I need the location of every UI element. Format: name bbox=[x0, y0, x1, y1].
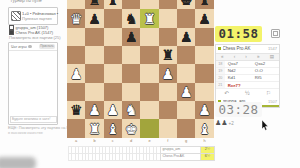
square-b7[interactable]: ♟ bbox=[85, 9, 103, 27]
result-cells bbox=[68, 153, 164, 159]
square-e6[interactable] bbox=[140, 28, 158, 46]
square-d1[interactable]: ♚ bbox=[122, 119, 140, 137]
black-rook[interactable]: ♜ bbox=[162, 48, 175, 62]
black-move[interactable]: Qxa2 bbox=[252, 61, 279, 66]
square-f7[interactable] bbox=[159, 9, 177, 27]
black-bishop[interactable]: ♝ bbox=[198, 0, 211, 7]
square-h6[interactable] bbox=[195, 28, 213, 46]
analysis-board-icon[interactable] bbox=[271, 29, 280, 38]
square-b8[interactable]: ♜ bbox=[85, 0, 103, 9]
white-pawn[interactable]: ♟ bbox=[88, 103, 101, 117]
square-f3[interactable] bbox=[159, 83, 177, 101]
square-g7[interactable] bbox=[177, 9, 195, 27]
white-move[interactable]: Rxe7? bbox=[225, 83, 252, 88]
score-total: 6½ bbox=[200, 153, 215, 161]
black-king[interactable]: ♚ bbox=[180, 0, 193, 7]
move-nav-bar[interactable]: «‹›»▤ bbox=[216, 53, 279, 61]
player-name-top[interactable]: Chess Pro AK bbox=[223, 46, 269, 51]
move-number: 21 bbox=[216, 82, 225, 88]
square-g4[interactable] bbox=[177, 64, 195, 82]
square-b1[interactable]: ♜ bbox=[85, 119, 103, 137]
square-a7[interactable]: ♛ bbox=[67, 9, 85, 27]
takeback-icon[interactable]: ↶ bbox=[224, 90, 229, 96]
white-knight[interactable]: ♞ bbox=[125, 103, 138, 117]
square-h2[interactable]: ♟ bbox=[195, 101, 213, 119]
square-h4[interactable] bbox=[195, 64, 213, 82]
square-c2[interactable]: ♟ bbox=[104, 101, 122, 119]
coord-a: a bbox=[67, 138, 85, 143]
white-king[interactable]: ♚ bbox=[125, 122, 138, 136]
chat-title: Чат игры bbox=[11, 45, 27, 49]
move-number: 19 bbox=[216, 68, 225, 74]
white-move[interactable]: Nd2 bbox=[225, 68, 252, 73]
corner-shadow bbox=[0, 157, 36, 168]
move-panel: Chess Pro AK 1547 «‹›»▤ 18Qxa7Qxa219Nd2O… bbox=[215, 44, 280, 108]
player-row-top[interactable]: Chess Pro AK 1547 bbox=[216, 45, 279, 53]
white-rook[interactable]: ♜ bbox=[88, 122, 101, 136]
square-e7[interactable]: ♜ bbox=[140, 9, 158, 27]
square-c8[interactable]: ♝ bbox=[104, 0, 122, 9]
square-b6[interactable] bbox=[85, 28, 103, 46]
square-d2[interactable]: ♞ bbox=[122, 101, 140, 119]
move-row: 18Qxa7Qxa2 bbox=[216, 61, 279, 68]
black-rook[interactable]: ♜ bbox=[88, 0, 101, 7]
black-pawn[interactable]: ♟ bbox=[125, 30, 138, 44]
square-d8[interactable] bbox=[122, 0, 140, 9]
move-number: 20 bbox=[216, 75, 225, 81]
chat-input[interactable]: Будьте вежливы в чате! bbox=[10, 116, 57, 124]
square-a5[interactable] bbox=[67, 46, 85, 64]
black-move[interactable]: Rf5 bbox=[252, 75, 279, 80]
square-g8[interactable]: ♚ bbox=[177, 0, 195, 9]
square-h3[interactable] bbox=[195, 83, 213, 101]
online-dot-icon bbox=[218, 47, 221, 50]
white-bishop[interactable]: ♝ bbox=[198, 122, 211, 136]
square-c1[interactable]: ♝ bbox=[104, 119, 122, 137]
tournament-heading[interactable]: Турнир по пуле bbox=[10, 0, 56, 3]
white-bishop[interactable]: ♝ bbox=[107, 122, 120, 136]
captured-pieces: ♟♟+2 bbox=[215, 119, 234, 127]
white-pawn[interactable]: ♟ bbox=[162, 67, 175, 81]
move-row: 21Rxe7? bbox=[216, 82, 279, 89]
square-e1[interactable] bbox=[140, 119, 158, 137]
square-e2[interactable] bbox=[140, 101, 158, 119]
prev-move-icon[interactable]: ‹ bbox=[234, 54, 236, 60]
square-c3[interactable] bbox=[104, 83, 122, 101]
black-move[interactable]: O-O bbox=[252, 68, 279, 73]
speed-icon bbox=[11, 11, 21, 21]
material-advantage: +2 bbox=[229, 121, 234, 126]
square-b3[interactable] bbox=[85, 83, 103, 101]
game-type-label: Пулевая партия bbox=[22, 16, 52, 21]
black-pawn[interactable]: ♟ bbox=[180, 30, 193, 44]
move-row: 20Kd1Rf5 bbox=[216, 75, 279, 82]
square-c6[interactable] bbox=[104, 28, 122, 46]
square-d7[interactable]: ♞ bbox=[122, 9, 140, 27]
move-row: 19Nd2O-O bbox=[216, 68, 279, 75]
square-g5[interactable] bbox=[177, 46, 195, 64]
square-e3[interactable] bbox=[140, 83, 158, 101]
square-a4[interactable]: ♟ bbox=[67, 64, 85, 82]
square-h7[interactable]: ♟ bbox=[195, 9, 213, 27]
time-control-label: 1+0 • Рейтинговая • bbox=[22, 11, 58, 16]
coord-c: c bbox=[104, 138, 122, 143]
white-pawn[interactable]: ♟ bbox=[198, 103, 211, 117]
board-menu-icon[interactable]: ▤ bbox=[270, 54, 274, 60]
resign-flag-icon[interactable]: ⚐ bbox=[266, 90, 271, 96]
clock-white: 03:28 bbox=[215, 102, 262, 117]
clock-black: 01:58 bbox=[215, 26, 262, 42]
square-d6[interactable]: ♟ bbox=[122, 28, 140, 46]
mouse-cursor-icon bbox=[261, 120, 269, 131]
captured-pawn-icons: ♟♟ bbox=[215, 119, 228, 126]
black-pawn[interactable]: ♟ bbox=[198, 12, 211, 26]
square-g2[interactable] bbox=[177, 101, 195, 119]
result-cells bbox=[68, 146, 164, 152]
square-c5[interactable] bbox=[104, 46, 122, 64]
black-pawn[interactable]: ♟ bbox=[88, 12, 101, 26]
square-d4[interactable] bbox=[122, 64, 140, 82]
square-h5[interactable] bbox=[195, 46, 213, 64]
square-e8[interactable] bbox=[140, 0, 158, 9]
white-pawn[interactable]: ♟ bbox=[107, 103, 120, 117]
square-d5[interactable] bbox=[122, 46, 140, 64]
square-f5[interactable]: ♜ bbox=[159, 46, 177, 64]
game-action-bar[interactable]: ↶½⚐ bbox=[216, 89, 279, 97]
square-e4[interactable] bbox=[140, 64, 158, 82]
white-pawn[interactable]: ♟ bbox=[180, 85, 193, 99]
chat-box: Чат игры Прислать Будьте вежливы в чате! bbox=[8, 42, 58, 125]
square-a2[interactable]: ♛ bbox=[67, 101, 85, 119]
player-rating-bottom: 1507 bbox=[268, 99, 277, 104]
black-queen[interactable]: ♛ bbox=[70, 103, 83, 117]
white-queen[interactable]: ♛ bbox=[70, 12, 83, 26]
square-g6[interactable]: ♟ bbox=[177, 28, 195, 46]
square-b4[interactable] bbox=[85, 64, 103, 82]
square-a6[interactable] bbox=[67, 28, 85, 46]
file-coordinates: abcdefgh bbox=[67, 138, 214, 143]
score-row-top[interactable]: 0 0 0 ½ gruppa_am 2½ bbox=[68, 146, 214, 152]
square-h8[interactable]: ♝ bbox=[195, 0, 213, 9]
square-g3[interactable]: ♟ bbox=[177, 83, 195, 101]
view-games-link[interactable]: Посмотреть все партии (25) bbox=[9, 35, 61, 40]
square-d3[interactable] bbox=[122, 83, 140, 101]
move-number: 18 bbox=[216, 61, 225, 67]
white-rook[interactable]: ♜ bbox=[143, 12, 156, 26]
square-g1[interactable] bbox=[177, 119, 195, 137]
black-knight[interactable]: ♞ bbox=[125, 12, 138, 26]
coord-e: e bbox=[140, 138, 158, 143]
score-row-bottom[interactable]: 0 0 0 ½ Chess Pro AK 6½ bbox=[68, 153, 214, 159]
chess-board[interactable]: ♜♝♚♝♛♟♞♜♟♟♟♜♟♟♟♛♟♟♞♟♜♝♚♝ bbox=[67, 0, 214, 138]
chat-send-button[interactable]: Прислать bbox=[39, 44, 55, 49]
white-move[interactable]: Kd1 bbox=[225, 75, 252, 80]
chat-toggle[interactable] bbox=[28, 45, 32, 48]
offer-draw-icon[interactable]: ½ bbox=[245, 90, 250, 96]
score-player-name[interactable]: Chess Pro AK bbox=[160, 153, 202, 161]
square-f1[interactable] bbox=[159, 119, 177, 137]
coord-g: g bbox=[177, 138, 195, 143]
move-list: 18Qxa7Qxa219Nd2O-O20Kd1Rf521Rxe7? bbox=[216, 61, 279, 90]
first-move-icon[interactable]: « bbox=[221, 54, 224, 60]
sidebar-footer-line2[interactable]: в высоком качестве bbox=[8, 131, 43, 135]
square-c4[interactable] bbox=[104, 64, 122, 82]
square-c7[interactable] bbox=[104, 9, 122, 27]
chat-header: Чат игры Прислать bbox=[9, 43, 57, 51]
last-move-icon[interactable]: » bbox=[257, 54, 260, 60]
square-f2[interactable] bbox=[159, 101, 177, 119]
square-a1[interactable] bbox=[67, 119, 85, 137]
next-move-icon[interactable]: › bbox=[245, 54, 247, 60]
white-move[interactable]: Qxa7 bbox=[225, 61, 252, 66]
square-h1[interactable]: ♝ bbox=[195, 119, 213, 137]
square-e5[interactable] bbox=[140, 46, 158, 64]
square-f4[interactable]: ♟ bbox=[159, 64, 177, 82]
square-b2[interactable]: ♟ bbox=[85, 101, 103, 119]
square-f6[interactable] bbox=[159, 28, 177, 46]
square-a8[interactable] bbox=[67, 0, 85, 9]
square-a3[interactable] bbox=[67, 83, 85, 101]
square-f8[interactable] bbox=[159, 0, 177, 9]
player-rating-top: 1547 bbox=[268, 46, 277, 51]
square-b5[interactable] bbox=[85, 46, 103, 64]
coord-d: d bbox=[122, 138, 140, 143]
white-pawn[interactable]: ♟ bbox=[70, 67, 83, 81]
coord-h: h bbox=[195, 138, 213, 143]
black-bishop[interactable]: ♝ bbox=[107, 0, 120, 7]
game-info-box: 1+0 • Рейтинговая • Пулевая партия bbox=[8, 7, 58, 25]
coord-f: f bbox=[159, 138, 177, 143]
coord-b: b bbox=[85, 138, 103, 143]
